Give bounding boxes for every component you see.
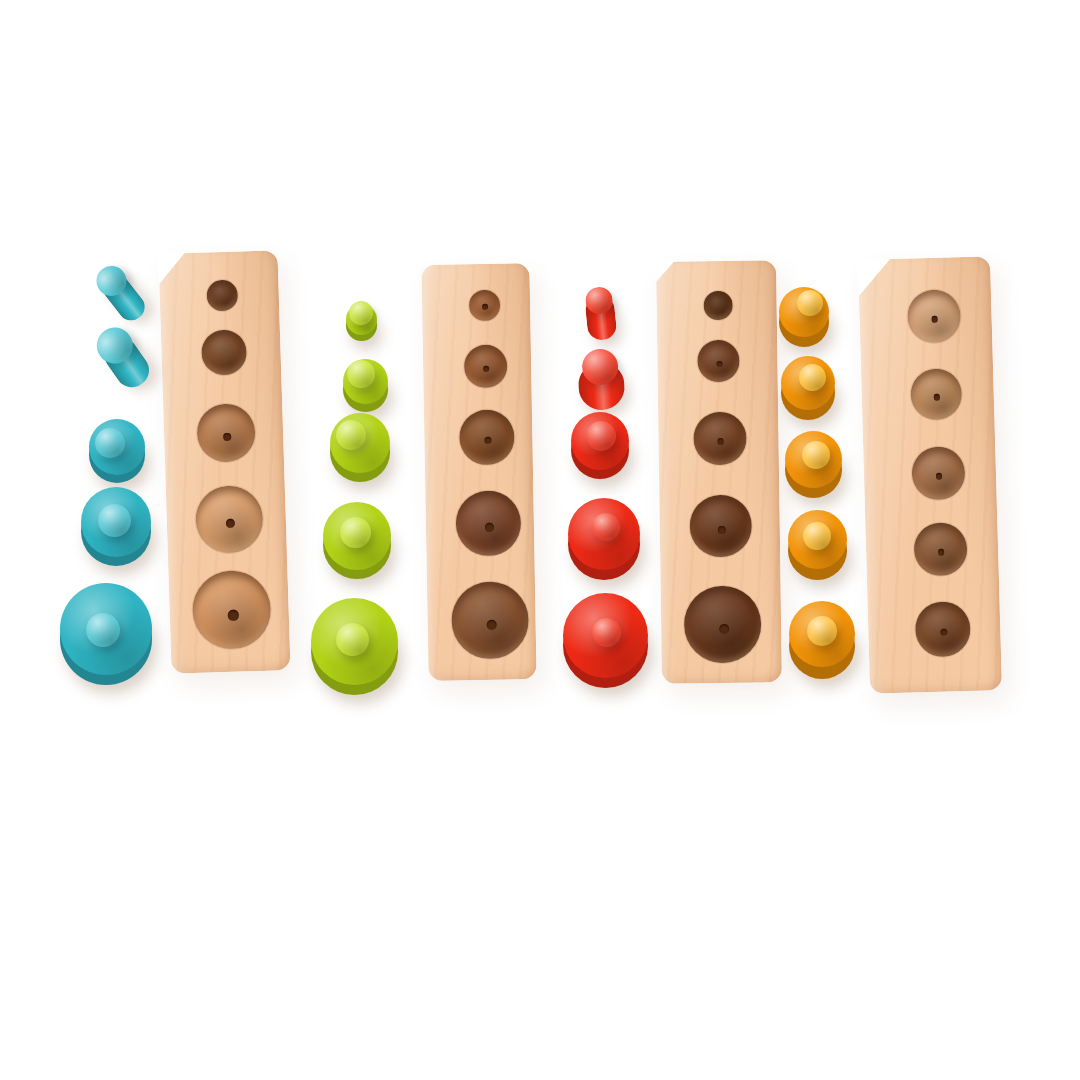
cylinder-knob xyxy=(98,504,131,537)
cylinder-knob xyxy=(799,364,826,391)
red-cylinder-2[interactable] xyxy=(576,347,626,411)
red-cylinder-1[interactable] xyxy=(583,286,617,342)
orange-cylinder-4[interactable] xyxy=(788,510,847,580)
blue-cylinder-3[interactable] xyxy=(89,419,145,483)
orange-cylinder-5[interactable] xyxy=(789,601,855,679)
cylinder-knob xyxy=(802,441,830,469)
cylinder-knob xyxy=(807,616,837,646)
green-cylinder-3[interactable] xyxy=(330,413,390,482)
orange-cylinder-3[interactable] xyxy=(785,431,842,498)
red-cylinder-4[interactable] xyxy=(568,498,640,580)
cylinder-knob xyxy=(336,623,369,656)
green-cylinder-4[interactable] xyxy=(323,502,391,579)
cylinder-knob xyxy=(336,420,366,450)
green-cylinder-5[interactable] xyxy=(311,598,398,695)
orange-cylinder-2[interactable] xyxy=(781,356,835,420)
blue-cylinder-1[interactable] xyxy=(91,261,150,325)
red-cylinder-5[interactable] xyxy=(563,593,648,688)
blue-cylinder-5[interactable] xyxy=(60,583,152,685)
cylinder-knob xyxy=(95,428,125,458)
cylinders-layer xyxy=(0,0,1080,1080)
cylinder-knob xyxy=(347,360,375,388)
green-cylinder-1[interactable] xyxy=(346,304,377,341)
blue-cylinder-2[interactable] xyxy=(91,321,156,393)
scene xyxy=(0,0,1080,1080)
green-cylinder-2[interactable] xyxy=(343,359,388,412)
blue-cylinder-4[interactable] xyxy=(81,487,151,566)
cylinder-knob xyxy=(340,517,371,548)
cylinder-knob xyxy=(592,513,620,541)
cylinder-knob xyxy=(797,290,823,316)
cylinder-knob xyxy=(586,421,616,451)
cylinder-knob xyxy=(592,618,621,647)
cylinder-knob xyxy=(349,301,373,325)
cylinder-knob xyxy=(803,522,831,550)
red-cylinder-3[interactable] xyxy=(571,412,629,479)
cylinder-knob xyxy=(86,613,120,647)
orange-cylinder-1[interactable] xyxy=(779,287,829,347)
